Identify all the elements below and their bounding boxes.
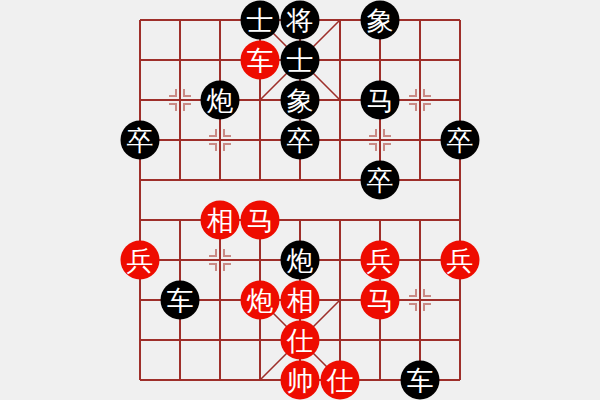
- piece-red-horse[interactable]: 马: [361, 281, 400, 320]
- piece-black-pawn[interactable]: 卒: [281, 121, 320, 160]
- piece-red-pawn[interactable]: 兵: [361, 241, 400, 280]
- piece-red-elephant[interactable]: 相: [281, 281, 320, 320]
- piece-red-advisor[interactable]: 仕: [281, 321, 320, 360]
- piece-red-pawn[interactable]: 兵: [441, 241, 480, 280]
- piece-black-pawn[interactable]: 卒: [361, 161, 400, 200]
- piece-black-advisor[interactable]: 士: [281, 41, 320, 80]
- piece-black-elephant[interactable]: 象: [361, 1, 400, 40]
- piece-black-cannon[interactable]: 炮: [281, 241, 320, 280]
- piece-black-chariot[interactable]: 车: [401, 361, 440, 400]
- piece-red-cannon[interactable]: 炮: [241, 281, 280, 320]
- piece-black-advisor[interactable]: 士: [241, 1, 280, 40]
- piece-black-general[interactable]: 将: [281, 1, 320, 40]
- piece-black-cannon[interactable]: 炮: [201, 81, 240, 120]
- piece-red-chariot[interactable]: 车: [241, 41, 280, 80]
- piece-red-horse[interactable]: 马: [241, 201, 280, 240]
- piece-black-horse[interactable]: 马: [361, 81, 400, 120]
- piece-black-chariot[interactable]: 车: [161, 281, 200, 320]
- piece-black-elephant[interactable]: 象: [281, 81, 320, 120]
- piece-red-advisor[interactable]: 仕: [321, 361, 360, 400]
- piece-black-pawn[interactable]: 卒: [441, 121, 480, 160]
- piece-red-elephant[interactable]: 相: [201, 201, 240, 240]
- piece-red-general[interactable]: 帅: [281, 361, 320, 400]
- pieces-layer: 士将象车士炮象马卒卒卒卒相马兵炮兵兵车炮相马仕帅仕车: [0, 0, 600, 400]
- xiangqi-app: 士将象车士炮象马卒卒卒卒相马兵炮兵兵车炮相马仕帅仕车: [0, 0, 600, 400]
- piece-black-pawn[interactable]: 卒: [121, 121, 160, 160]
- piece-red-pawn[interactable]: 兵: [121, 241, 160, 280]
